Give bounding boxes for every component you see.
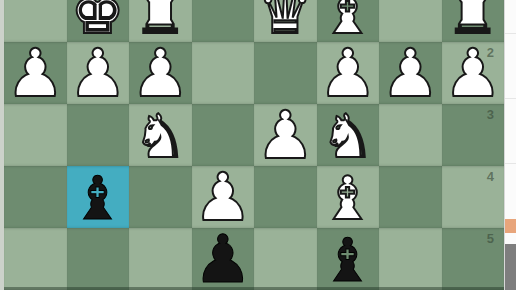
square-a4[interactable]: 4	[442, 166, 505, 228]
square-e5[interactable]: ♟	[192, 228, 255, 290]
square-e3[interactable]	[192, 104, 255, 166]
right-side-panel[interactable]	[504, 0, 516, 290]
square-b3[interactable]	[379, 104, 442, 166]
square-b5[interactable]	[379, 228, 442, 290]
square-c2[interactable]: ♟	[317, 42, 380, 104]
rank-label-2: 2	[487, 45, 494, 60]
piece-wQ-d1[interactable]: ♛	[258, 0, 312, 42]
scrollbar-thumb[interactable]	[505, 244, 516, 290]
rank-label-4: 4	[487, 169, 494, 184]
square-d5[interactable]	[254, 228, 317, 290]
rank-label-5: 5	[487, 231, 494, 246]
panel-separator-3	[505, 163, 516, 164]
piece-wP-c2[interactable]: ♟	[318, 41, 377, 107]
panel-orange-marker[interactable]	[505, 219, 516, 233]
square-a2[interactable]: ♟2	[442, 42, 505, 104]
square-g4[interactable]: ♝	[67, 166, 130, 228]
piece-wP-f2[interactable]: ♟	[131, 41, 190, 107]
square-f2[interactable]: ♟	[129, 42, 192, 104]
piece-wB-c4[interactable]: ♝	[321, 168, 375, 228]
square-g5[interactable]	[67, 228, 130, 290]
piece-wP-d3[interactable]: ♟	[256, 103, 315, 169]
piece-wN-f3[interactable]: ♞	[133, 106, 187, 166]
square-h5[interactable]	[4, 228, 67, 290]
square-c4[interactable]: ♝	[317, 166, 380, 228]
square-c3[interactable]: ♞	[317, 104, 380, 166]
square-d4[interactable]	[254, 166, 317, 228]
square-h4[interactable]	[4, 166, 67, 228]
chess-app-screen: ♚♜♛♝♜♟♟♟♟♟♟2♞♟♞3♝♟♝4♟♝5	[0, 0, 516, 290]
board-grid: ♚♜♛♝♜♟♟♟♟♟♟2♞♟♞3♝♟♝4♟♝5	[4, 0, 504, 290]
square-e1[interactable]	[192, 0, 255, 42]
square-h3[interactable]	[4, 104, 67, 166]
rank-label-3: 3	[487, 107, 494, 122]
square-a3[interactable]: 3	[442, 104, 505, 166]
square-d2[interactable]	[254, 42, 317, 104]
square-e4[interactable]: ♟	[192, 166, 255, 228]
square-d1[interactable]: ♛	[254, 0, 317, 42]
square-b4[interactable]	[379, 166, 442, 228]
square-a5[interactable]: 5	[442, 228, 505, 290]
piece-bB-g4[interactable]: ♝	[71, 168, 125, 228]
square-f3[interactable]: ♞	[129, 104, 192, 166]
piece-wP-h2[interactable]: ♟	[6, 41, 65, 107]
panel-separator-2	[505, 98, 516, 99]
square-g3[interactable]	[67, 104, 130, 166]
square-g2[interactable]: ♟	[67, 42, 130, 104]
square-f4[interactable]	[129, 166, 192, 228]
square-e2[interactable]	[192, 42, 255, 104]
square-c5[interactable]: ♝	[317, 228, 380, 290]
chess-board[interactable]: ♚♜♛♝♜♟♟♟♟♟♟2♞♟♞3♝♟♝4♟♝5	[4, 0, 504, 290]
piece-wN-c3[interactable]: ♞	[321, 106, 375, 166]
square-f5[interactable]	[129, 228, 192, 290]
square-d3[interactable]: ♟	[254, 104, 317, 166]
square-h2[interactable]: ♟	[4, 42, 67, 104]
square-b2[interactable]: ♟	[379, 42, 442, 104]
piece-wP-b2[interactable]: ♟	[381, 41, 440, 107]
piece-wP-g2[interactable]: ♟	[68, 41, 127, 107]
left-edge-strip	[0, 0, 4, 290]
piece-bB-c5[interactable]: ♝	[321, 230, 375, 290]
piece-bP-e5[interactable]: ♟	[193, 227, 252, 290]
panel-separator-1	[505, 33, 516, 34]
